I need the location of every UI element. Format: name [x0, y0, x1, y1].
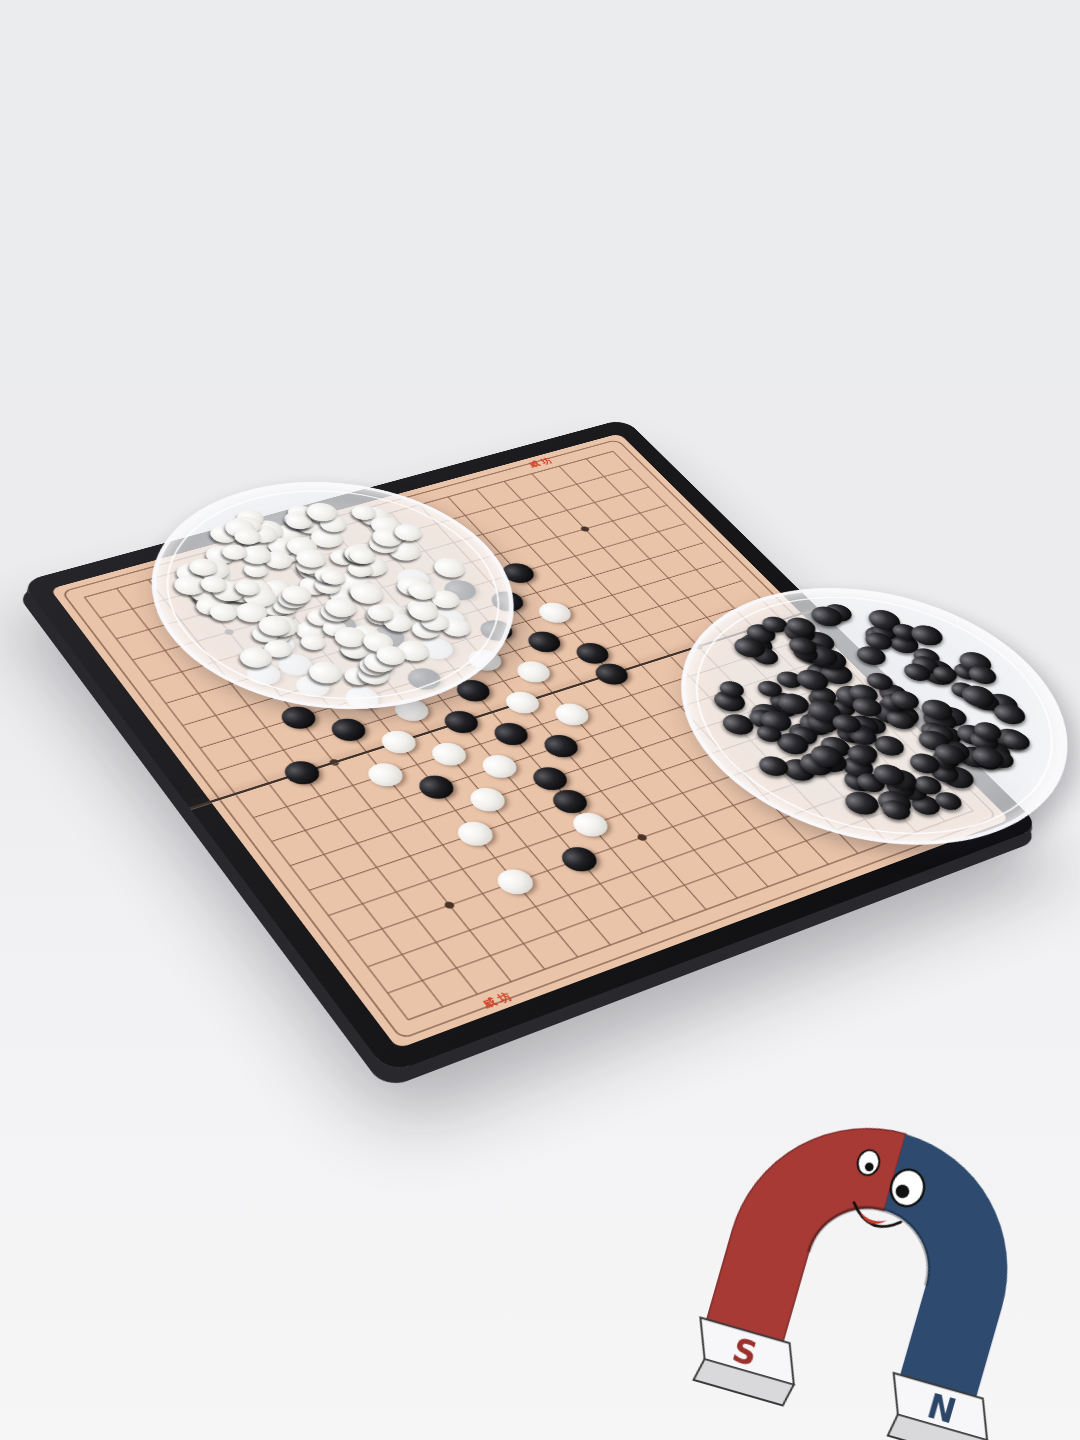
- tray-stone-black: [836, 753, 879, 781]
- tray-stone-white: [315, 599, 356, 624]
- tray-stone-white: [272, 544, 306, 564]
- tray-stone-white: [349, 553, 393, 579]
- tray-stone-white: [223, 582, 260, 605]
- go-stone-white: [476, 752, 522, 782]
- tray-stone-black: [815, 661, 858, 688]
- tray-stone-white: [292, 556, 326, 576]
- tray-stone-white: [189, 583, 234, 610]
- tray-stone-white: [363, 602, 399, 624]
- tray-stone-white: [310, 565, 345, 586]
- tray-stone-black: [909, 774, 947, 798]
- tray-stone-black: [791, 639, 836, 667]
- tray-stone-black: [734, 631, 779, 658]
- go-stone-black: [522, 628, 566, 655]
- tray-stone-white: [238, 578, 277, 602]
- tray-stone-white: [239, 560, 272, 580]
- tray-stone-black: [916, 720, 952, 743]
- tray-stone-black: [802, 661, 840, 684]
- tray-stone-white: [372, 520, 414, 545]
- tray-stone-black: [899, 661, 936, 684]
- tray-stone-white: [231, 600, 273, 626]
- tray-stone-white: [326, 547, 360, 567]
- magnet-illustration: S N: [650, 1071, 1077, 1440]
- tray-stone-white: [301, 500, 342, 524]
- tray-stone-white: [384, 538, 427, 564]
- tray-stone-black: [756, 708, 798, 735]
- tray-stone-white: [303, 502, 344, 526]
- tray-stone-black: [805, 604, 848, 630]
- go-stone-black: [590, 660, 635, 688]
- tray-stone-white: [348, 503, 381, 522]
- tray-stone-white: [429, 555, 471, 580]
- go-stone-white: [362, 760, 409, 790]
- tray-stone-black: [869, 733, 910, 759]
- tray-stone-white: [340, 543, 379, 566]
- tray-stone-white: [354, 653, 394, 678]
- tray-stone-black: [839, 788, 886, 818]
- tray-stone-black: [766, 698, 801, 720]
- tray-stone-white: [378, 610, 417, 634]
- tray-stone-black: [885, 688, 925, 713]
- tray-stone-white: [189, 587, 222, 607]
- tray-stone-black: [794, 710, 839, 738]
- tray-stone-black: [715, 679, 749, 700]
- tray-stone-white: [358, 649, 401, 676]
- tray-stone-black: [800, 642, 844, 669]
- tray-stone-white: [253, 613, 296, 640]
- tray-stone-black: [881, 775, 921, 801]
- tray-stone-black: [802, 710, 844, 736]
- go-stone-white: [567, 809, 614, 840]
- tray-stone-white: [185, 556, 222, 578]
- tray-stone-black: [785, 724, 822, 747]
- tray-stone-black: [819, 602, 857, 625]
- tray-stone-white: [303, 658, 349, 687]
- tray-stone-white: [367, 525, 408, 549]
- tray-stone-black: [847, 694, 888, 720]
- tray-stone-white: [269, 596, 302, 616]
- tray-stone-black: [753, 753, 794, 779]
- tray-stone-black: [946, 680, 980, 701]
- go-stone-white: [500, 688, 545, 717]
- tray-stone-white: [325, 585, 359, 606]
- tray-stone-black: [838, 767, 881, 795]
- tray-stone-white: [339, 543, 377, 566]
- tray-stone-white: [283, 503, 317, 523]
- tray-stone-white: [244, 522, 283, 545]
- tray-stone-black: [888, 622, 922, 643]
- tray-stone-black: [781, 615, 821, 639]
- tray-stone-white: [277, 583, 317, 607]
- tray-stone-white: [437, 615, 476, 639]
- tray-stone-white: [345, 580, 390, 607]
- tray-stone-black: [881, 767, 922, 794]
- tray-stone-white: [309, 564, 344, 585]
- tray-stone-black: [825, 697, 860, 719]
- tray-stone-white: [205, 522, 244, 545]
- tray-stone-white: [361, 604, 399, 627]
- tray-stone-white: [427, 588, 464, 611]
- tray-stone-black: [790, 666, 834, 693]
- tray-stone-black: [708, 688, 751, 715]
- tray-stone-white: [231, 577, 265, 597]
- tray-stone-black: [778, 620, 821, 646]
- tray-stone-white: [291, 619, 331, 644]
- tray-stone-black: [882, 707, 921, 732]
- tray-stone-black: [913, 727, 955, 754]
- tray-stone-black: [809, 748, 852, 776]
- tray-stone-black: [906, 622, 949, 648]
- tray-stone-black: [783, 635, 822, 659]
- tray-stone-black: [809, 646, 852, 673]
- tray-stone-black: [794, 750, 839, 779]
- tray-stone-black: [965, 729, 1004, 753]
- tray-stone-white: [416, 610, 455, 634]
- tray-stone-white: [260, 637, 298, 660]
- go-stone-white: [451, 818, 499, 850]
- tray-stone-white: [273, 588, 312, 612]
- tray-stone-black: [868, 761, 910, 788]
- product-photo: { "game": "go", "board": { "size": 19, "…: [0, 0, 1080, 1440]
- tray-stone-white: [315, 513, 351, 534]
- tray-stone-black: [927, 748, 965, 772]
- go-board-plane: 威坊 威坊: [21, 419, 1041, 1075]
- tray-stone-black: [765, 690, 801, 713]
- tray-stone-black: [717, 711, 759, 738]
- tray-stone-white: [344, 559, 378, 579]
- tray-stone-black: [926, 761, 964, 786]
- tray-stone-white: [403, 579, 441, 602]
- tray-stone-black: [876, 797, 916, 823]
- go-stone-black: [325, 715, 371, 744]
- tray-stone-black: [845, 725, 881, 748]
- tray-stone-white: [297, 631, 331, 652]
- tray-stone-black: [915, 696, 959, 723]
- tray-stone-white: [282, 535, 322, 559]
- tray-stone-white: [169, 572, 212, 598]
- tray-stone-white: [392, 573, 436, 600]
- tray-stone-white: [171, 560, 215, 587]
- tray-stone-white: [236, 543, 277, 567]
- tray-stone-black: [777, 756, 822, 785]
- tray-stone-white: [234, 644, 277, 671]
- tray-stone-black: [931, 724, 967, 747]
- tray-stone-black: [952, 743, 996, 771]
- tray-stone-white: [389, 521, 427, 543]
- tray-stone-black: [752, 723, 787, 745]
- tray-stone-white: [291, 546, 332, 571]
- tray-stone-white: [305, 525, 349, 551]
- tray-stone-black: [868, 622, 902, 642]
- tray-stone-black: [969, 749, 1006, 772]
- tray-stone-white: [340, 664, 377, 687]
- tray-stone-black: [757, 614, 792, 635]
- tray-stone-black: [772, 690, 815, 717]
- tray-stone-white: [364, 532, 404, 556]
- tray-stone-black: [971, 738, 1017, 767]
- go-stone-black: [278, 758, 325, 789]
- tray-stone-white: [303, 510, 346, 535]
- go-stone-white: [533, 599, 577, 625]
- tray-stone-black: [979, 690, 1025, 718]
- tray-stone-white: [303, 607, 338, 628]
- tray-stone-white: [320, 595, 362, 620]
- tray-stone-white: [192, 594, 230, 617]
- tray-stone-black: [797, 629, 840, 655]
- tray-stone-black: [896, 781, 931, 804]
- tray-stone-black: [917, 706, 962, 734]
- tray-stone-black: [828, 712, 867, 736]
- tray-stone-white: [205, 601, 242, 624]
- tray-stone-black: [842, 742, 882, 768]
- tray-stone-white: [264, 536, 301, 558]
- tray-stone-black: [921, 722, 960, 746]
- tray-stone-black: [804, 688, 839, 710]
- tray-stone-black: [874, 682, 913, 706]
- tray-stone-white: [272, 523, 306, 543]
- tray-stone-black: [966, 744, 1009, 772]
- tray-stone-white: [229, 519, 268, 542]
- go-stone-white: [464, 784, 511, 815]
- tray-stone-black: [904, 750, 946, 777]
- tray-stone-white: [344, 580, 381, 603]
- tray-stone-black: [806, 684, 841, 706]
- go-stone-black: [413, 772, 460, 803]
- go-stone-black: [488, 720, 534, 749]
- tray-stone-white: [366, 514, 404, 536]
- tray-stone-black: [748, 646, 783, 667]
- go-stone-black: [538, 732, 584, 761]
- tray-stone-black: [744, 706, 784, 731]
- tray-stone-black: [851, 644, 890, 668]
- go-stone-white: [511, 658, 556, 686]
- tray-stone-white: [256, 594, 296, 619]
- tray-stone-white: [279, 508, 320, 532]
- tray-stone-white: [220, 516, 260, 539]
- tray-stone-white: [233, 507, 269, 528]
- tray-stone-white: [335, 638, 373, 662]
- tray-stone-white: [358, 630, 399, 655]
- tray-stone-black: [967, 690, 1005, 713]
- tray-stone-black: [862, 607, 906, 634]
- tray-stone-black: [794, 645, 828, 666]
- go-board: 威坊 威坊: [96, 276, 948, 1128]
- tray-stone-black: [847, 742, 883, 765]
- tray-stone-black: [729, 635, 771, 661]
- tray-stone-white: [201, 544, 240, 567]
- tray-stone-black: [933, 737, 976, 764]
- tray-stone-black: [745, 701, 789, 729]
- tray-stone-black: [881, 702, 924, 729]
- tray-stone-black: [856, 715, 891, 737]
- tray-stone-black: [859, 623, 901, 648]
- tray-stone-black: [874, 696, 908, 717]
- go-stone-black: [556, 844, 604, 876]
- tray-stone-black: [953, 649, 997, 676]
- tray-stone-white: [191, 556, 235, 583]
- tray-stone-white: [191, 562, 236, 589]
- tray-stone-black: [753, 678, 787, 699]
- tray-stone-white: [238, 590, 280, 616]
- tray-stone-black: [789, 643, 823, 664]
- tray-stone-white: [253, 619, 298, 647]
- tray-stone-white: [346, 542, 381, 563]
- tray-stone-black: [929, 725, 965, 748]
- go-stone-white: [426, 739, 472, 769]
- tray-stone-black: [801, 704, 843, 731]
- magnet-red-arm: [706, 1095, 906, 1361]
- tray-stone-white: [292, 557, 335, 583]
- tray-stone-black: [949, 661, 984, 682]
- tray-stone-black: [841, 721, 882, 747]
- tray-stone-white: [353, 661, 395, 687]
- tray-stone-white: [402, 596, 443, 621]
- go-stone-black: [275, 703, 321, 732]
- go-stone-white: [549, 700, 594, 729]
- tray-stone-white: [248, 623, 284, 645]
- tray-stone-black: [997, 729, 1036, 753]
- go-stone-black: [438, 708, 484, 737]
- tray-stone-white: [202, 581, 243, 606]
- tray-stone-white: [238, 583, 282, 610]
- tray-stone-black: [815, 703, 851, 726]
- tray-stone-white: [218, 542, 251, 562]
- tray-stone-white: [230, 526, 266, 547]
- tray-stone-black: [966, 723, 1006, 748]
- tray-stone-black: [930, 789, 967, 813]
- tray-stone-black: [877, 692, 913, 714]
- go-stone-white: [375, 727, 421, 757]
- tray-stone-white: [370, 600, 410, 624]
- tray-stone-black: [871, 787, 918, 818]
- tray-stone-white: [346, 623, 385, 647]
- tray-stone-black: [815, 734, 854, 759]
- tray-stone-white: [230, 526, 266, 547]
- tray-stone-white: [227, 514, 262, 535]
- tray-stone-black: [963, 663, 1002, 687]
- tray-stone-white: [260, 600, 300, 624]
- tray-stone-white: [259, 548, 298, 571]
- tray-stone-black: [917, 661, 961, 688]
- tray-stone-white: [258, 577, 296, 600]
- tray-stone-white: [259, 613, 304, 640]
- tray-stone-white: [281, 511, 316, 532]
- tray-stone-white: [345, 546, 379, 566]
- tray-stone-black: [969, 719, 1007, 743]
- tray-stone-white: [289, 512, 331, 537]
- tray-stone-white: [245, 517, 289, 543]
- tray-stone-black: [772, 669, 807, 691]
- tray-stone-white: [239, 534, 276, 556]
- tray-stone-black: [928, 663, 962, 684]
- tray-stone-white: [317, 567, 350, 587]
- tray-stone-black: [852, 770, 891, 795]
- tray-stone-white: [233, 515, 266, 534]
- tray-stone-black: [907, 654, 944, 677]
- tray-stone-black: [862, 670, 899, 693]
- tray-stone-white: [310, 575, 345, 596]
- tray-stone-black: [909, 646, 945, 668]
- tray-stone-black: [981, 747, 1019, 771]
- tray-stone-black: [819, 736, 856, 760]
- tray-stone-white: [354, 504, 395, 528]
- tray-stone-black: [988, 701, 1030, 727]
- tray-stone-white: [217, 581, 256, 605]
- tray-stone-white: [407, 618, 445, 641]
- tray-stone-white: [298, 558, 334, 579]
- tray-stone-black: [867, 699, 911, 726]
- tray-stone-white: [329, 624, 372, 651]
- tray-stone-black: [916, 657, 960, 684]
- tray-stone-black: [832, 723, 868, 746]
- board-paper: 威坊 威坊: [50, 433, 1010, 1049]
- tray-stone-white: [318, 618, 352, 639]
- tray-stone-white: [207, 578, 251, 604]
- tray-stone-black: [906, 792, 946, 818]
- tray-stone-black: [989, 725, 1033, 753]
- tray-stone-black: [956, 682, 1001, 710]
- tray-stone-black: [829, 683, 873, 711]
- tray-stone-white: [403, 600, 443, 624]
- tray-stone-white: [295, 573, 335, 597]
- tray-stone-black: [742, 621, 781, 645]
- tray-stone-black: [771, 730, 815, 758]
- tray-stone-black: [932, 704, 973, 730]
- tray-stone-black: [951, 722, 993, 748]
- tray-stone-black: [929, 741, 971, 767]
- tray-stone-black: [805, 742, 849, 770]
- tray-stone-black: [801, 697, 847, 726]
- tray-stone-white: [338, 638, 376, 662]
- tray-stone-black: [845, 682, 883, 706]
- go-stone-white: [491, 866, 539, 899]
- tray-stone-black: [873, 616, 906, 636]
- tray-stone-black: [784, 721, 823, 746]
- tray-stone-white: [332, 569, 376, 596]
- tray-stone-black: [842, 712, 886, 740]
- tray-stone-black: [860, 630, 897, 652]
- tray-stone-white: [196, 574, 231, 595]
- tray-stone-white: [391, 637, 435, 664]
- tray-stone-black: [883, 631, 924, 656]
- tray-stone-black: [935, 763, 980, 792]
- tray-stone-white: [185, 581, 223, 604]
- tray-stone-white: [371, 643, 411, 668]
